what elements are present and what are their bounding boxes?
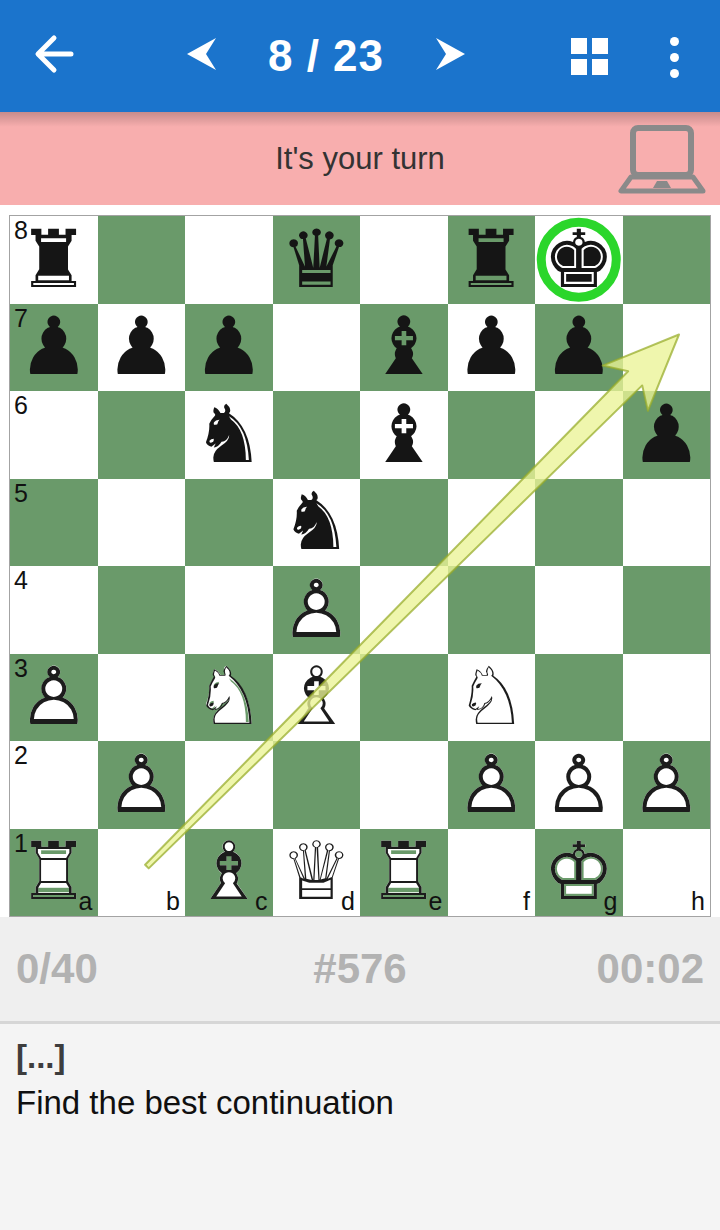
square-a3[interactable]: 3♟♙: [10, 654, 98, 742]
square-c4[interactable]: [185, 566, 273, 654]
file-label: h: [691, 887, 705, 916]
square-f8[interactable]: ♜: [448, 216, 536, 304]
piece-black-bishop: ♝: [360, 304, 448, 392]
piece-black-knight: ♞: [273, 479, 361, 567]
square-h6[interactable]: ♟: [623, 391, 711, 479]
board-grid: 8♜♛♜♚7♟♟♟♝♟♟6♞♝♟5♞4♟♙3♟♙♞♘♝♗♞♘2♟♙♟♙♟♙♟♙1…: [10, 216, 710, 916]
square-h3[interactable]: [623, 654, 711, 742]
piece-black-king: ♚: [535, 216, 623, 304]
chevron-right-icon: [435, 36, 467, 76]
square-a1[interactable]: 1a♜♖: [10, 829, 98, 917]
piece-white-bishop: ♝♗: [185, 829, 273, 917]
square-h2[interactable]: ♟♙: [623, 741, 711, 829]
square-c8[interactable]: [185, 216, 273, 304]
piece-white-knight: ♞♘: [185, 654, 273, 742]
square-h8[interactable]: [623, 216, 711, 304]
piece-white-king: ♚♔: [535, 829, 623, 917]
laptop-icon: [616, 184, 708, 201]
piece-black-pawn: ♟: [535, 304, 623, 392]
turn-banner-text: It's your turn: [0, 112, 720, 205]
square-b8[interactable]: [98, 216, 186, 304]
square-d8[interactable]: ♛: [273, 216, 361, 304]
piece-white-pawn: ♟♙: [10, 654, 98, 742]
position-indicator: 8 / 23: [268, 31, 384, 81]
instruction-text: Find the best continuation: [16, 1080, 704, 1126]
square-h5[interactable]: [623, 479, 711, 567]
piece-black-pawn: ♟: [10, 304, 98, 392]
square-a8[interactable]: 8♜: [10, 216, 98, 304]
square-a7[interactable]: 7♟: [10, 304, 98, 392]
square-e6[interactable]: ♝: [360, 391, 448, 479]
square-b4[interactable]: [98, 566, 186, 654]
piece-white-knight: ♞♘: [448, 654, 536, 742]
square-c7[interactable]: ♟: [185, 304, 273, 392]
arrow-left-icon: [31, 32, 77, 80]
task-panel: [...] Find the best continuation: [0, 1024, 720, 1230]
square-c1[interactable]: c♝♗: [185, 829, 273, 917]
chessboard: 8♜♛♜♚7♟♟♟♝♟♟6♞♝♟5♞4♟♙3♟♙♞♘♝♗♞♘2♟♙♟♙♟♙♟♙1…: [9, 215, 711, 917]
square-d7[interactable]: [273, 304, 361, 392]
square-f2[interactable]: ♟♙: [448, 741, 536, 829]
piece-white-pawn: ♟♙: [448, 741, 536, 829]
square-c6[interactable]: ♞: [185, 391, 273, 479]
piece-black-pawn: ♟: [98, 304, 186, 392]
moves-prefix: [...]: [16, 1034, 704, 1080]
square-a5[interactable]: 5: [10, 479, 98, 567]
piece-white-rook: ♜♖: [360, 829, 448, 917]
file-label: f: [523, 887, 530, 916]
puzzle-navigation: 8 / 23: [185, 0, 467, 112]
status-bar: 0/40 #576 00:02: [0, 917, 720, 1021]
square-g4[interactable]: [535, 566, 623, 654]
square-f6[interactable]: [448, 391, 536, 479]
square-d6[interactable]: [273, 391, 361, 479]
turn-banner: It's your turn: [0, 112, 720, 205]
square-f1[interactable]: f: [448, 829, 536, 917]
back-button[interactable]: [30, 34, 78, 78]
square-g8[interactable]: ♚: [535, 216, 623, 304]
overflow-menu-button[interactable]: [660, 34, 688, 80]
square-d1[interactable]: d♛♕: [273, 829, 361, 917]
previous-button[interactable]: [185, 38, 217, 74]
piece-white-rook: ♜♖: [10, 829, 98, 917]
square-a2[interactable]: 2: [10, 741, 98, 829]
timer: 00:02: [597, 917, 704, 1021]
piece-black-pawn: ♟: [448, 304, 536, 392]
square-b5[interactable]: [98, 479, 186, 567]
square-f3[interactable]: ♞♘: [448, 654, 536, 742]
square-h4[interactable]: [623, 566, 711, 654]
square-b1[interactable]: b: [98, 829, 186, 917]
square-b3[interactable]: [98, 654, 186, 742]
piece-white-bishop: ♝♗: [273, 654, 361, 742]
square-g5[interactable]: [535, 479, 623, 567]
piece-black-rook: ♜: [448, 216, 536, 304]
puzzle-list-button[interactable]: [571, 38, 609, 76]
square-a6[interactable]: 6: [10, 391, 98, 479]
square-d4[interactable]: ♟♙: [273, 566, 361, 654]
square-g7[interactable]: ♟: [535, 304, 623, 392]
square-e8[interactable]: [360, 216, 448, 304]
square-g2[interactable]: ♟♙: [535, 741, 623, 829]
square-c5[interactable]: [185, 479, 273, 567]
square-f7[interactable]: ♟: [448, 304, 536, 392]
rank-label: 2: [14, 741, 28, 770]
chevron-left-icon: [185, 36, 217, 76]
next-button[interactable]: [435, 38, 467, 74]
rank-label: 6: [14, 391, 28, 420]
file-label: b: [166, 887, 180, 916]
app-screen: 8 / 23 It's your turn: [0, 0, 720, 1230]
piece-black-queen: ♛: [273, 216, 361, 304]
rank-label: 5: [14, 479, 28, 508]
square-f5[interactable]: [448, 479, 536, 567]
piece-black-rook: ♜: [10, 216, 98, 304]
piece-white-pawn: ♟♙: [623, 741, 711, 829]
grid-view-icon: [571, 38, 587, 54]
square-b2[interactable]: ♟♙: [98, 741, 186, 829]
square-c3[interactable]: ♞♘: [185, 654, 273, 742]
square-e2[interactable]: [360, 741, 448, 829]
piece-black-pawn: ♟: [185, 304, 273, 392]
square-h7[interactable]: [623, 304, 711, 392]
square-d5[interactable]: ♞: [273, 479, 361, 567]
square-e4[interactable]: [360, 566, 448, 654]
square-e5[interactable]: [360, 479, 448, 567]
square-f4[interactable]: [448, 566, 536, 654]
square-g1[interactable]: g♚♔: [535, 829, 623, 917]
square-c2[interactable]: [185, 741, 273, 829]
square-e3[interactable]: [360, 654, 448, 742]
square-g6[interactable]: [535, 391, 623, 479]
square-g3[interactable]: [535, 654, 623, 742]
square-b7[interactable]: ♟: [98, 304, 186, 392]
square-b6[interactable]: [98, 391, 186, 479]
square-d3[interactable]: ♝♗: [273, 654, 361, 742]
square-e7[interactable]: ♝: [360, 304, 448, 392]
square-h1[interactable]: h: [623, 829, 711, 917]
app-bar: 8 / 23: [0, 0, 720, 112]
piece-white-queen: ♛♕: [273, 829, 361, 917]
more-vertical-icon: [670, 37, 679, 46]
piece-white-pawn: ♟♙: [273, 566, 361, 654]
square-a4[interactable]: 4: [10, 566, 98, 654]
square-d2[interactable]: [273, 741, 361, 829]
piece-black-pawn: ♟: [623, 391, 711, 479]
piece-white-pawn: ♟♙: [535, 741, 623, 829]
piece-white-pawn: ♟♙: [98, 741, 186, 829]
piece-black-bishop: ♝: [360, 391, 448, 479]
rank-label: 4: [14, 566, 28, 595]
engine-button[interactable]: [616, 122, 708, 198]
square-e1[interactable]: e♜♖: [360, 829, 448, 917]
piece-black-knight: ♞: [185, 391, 273, 479]
